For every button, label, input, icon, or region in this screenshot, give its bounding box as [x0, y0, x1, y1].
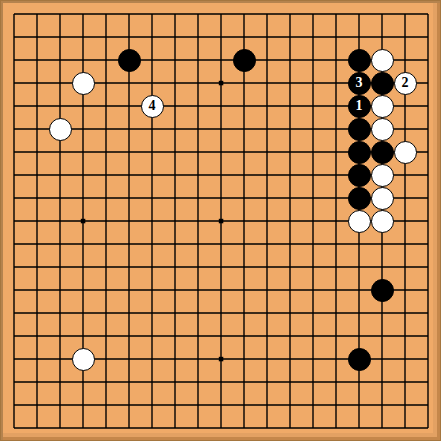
intersection-14-12[interactable]: [325, 279, 348, 302]
intersection-11-6[interactable]: [256, 141, 279, 164]
intersection-16-11[interactable]: [371, 256, 394, 279]
intersection-12-14[interactable]: [279, 325, 302, 348]
intersection-2-5[interactable]: [49, 118, 72, 141]
intersection-9-13[interactable]: [210, 302, 233, 325]
intersection-18-4[interactable]: [417, 95, 440, 118]
intersection-4-3[interactable]: [95, 72, 118, 95]
intersection-7-4[interactable]: [164, 95, 187, 118]
intersection-12-0[interactable]: [279, 3, 302, 26]
intersection-2-18[interactable]: [49, 417, 72, 440]
intersection-3-14[interactable]: [72, 325, 95, 348]
intersection-18-13[interactable]: [417, 302, 440, 325]
intersection-16-13[interactable]: [371, 302, 394, 325]
intersection-1-16[interactable]: [26, 371, 49, 394]
intersection-18-2[interactable]: [417, 49, 440, 72]
intersection-3-16[interactable]: [72, 371, 95, 394]
intersection-14-14[interactable]: [325, 325, 348, 348]
intersection-5-0[interactable]: [118, 3, 141, 26]
intersection-10-2[interactable]: [233, 49, 256, 72]
intersection-11-16[interactable]: [256, 371, 279, 394]
intersection-1-11[interactable]: [26, 256, 49, 279]
intersection-15-7[interactable]: [348, 164, 371, 187]
intersection-5-10[interactable]: [118, 233, 141, 256]
intersection-3-0[interactable]: [72, 3, 95, 26]
intersection-11-7[interactable]: [256, 164, 279, 187]
intersection-16-8[interactable]: [371, 187, 394, 210]
intersection-8-6[interactable]: [187, 141, 210, 164]
intersection-0-18[interactable]: [3, 417, 26, 440]
intersection-13-0[interactable]: [302, 3, 325, 26]
intersection-0-16[interactable]: [3, 371, 26, 394]
intersection-6-16[interactable]: [141, 371, 164, 394]
intersection-10-4[interactable]: [233, 95, 256, 118]
intersection-5-9[interactable]: [118, 210, 141, 233]
intersection-15-4[interactable]: 1: [348, 95, 371, 118]
intersection-16-18[interactable]: [371, 417, 394, 440]
intersection-13-13[interactable]: [302, 302, 325, 325]
intersection-7-6[interactable]: [164, 141, 187, 164]
intersection-4-9[interactable]: [95, 210, 118, 233]
intersection-14-7[interactable]: [325, 164, 348, 187]
intersection-9-15[interactable]: [210, 348, 233, 371]
intersection-5-17[interactable]: [118, 394, 141, 417]
intersection-16-14[interactable]: [371, 325, 394, 348]
intersection-13-11[interactable]: [302, 256, 325, 279]
intersection-0-14[interactable]: [3, 325, 26, 348]
intersection-9-10[interactable]: [210, 233, 233, 256]
black-stone[interactable]: [348, 187, 371, 210]
intersection-3-5[interactable]: [72, 118, 95, 141]
intersection-15-14[interactable]: [348, 325, 371, 348]
intersection-7-1[interactable]: [164, 26, 187, 49]
white-stone[interactable]: 4: [141, 95, 164, 118]
intersection-18-11[interactable]: [417, 256, 440, 279]
intersection-11-10[interactable]: [256, 233, 279, 256]
intersection-1-9[interactable]: [26, 210, 49, 233]
intersection-4-7[interactable]: [95, 164, 118, 187]
intersection-18-3[interactable]: [417, 72, 440, 95]
intersection-6-15[interactable]: [141, 348, 164, 371]
intersection-15-6[interactable]: [348, 141, 371, 164]
intersection-1-18[interactable]: [26, 417, 49, 440]
intersection-10-9[interactable]: [233, 210, 256, 233]
intersection-15-8[interactable]: [348, 187, 371, 210]
intersection-5-14[interactable]: [118, 325, 141, 348]
intersection-7-9[interactable]: [164, 210, 187, 233]
intersection-3-6[interactable]: [72, 141, 95, 164]
intersection-7-17[interactable]: [164, 394, 187, 417]
intersection-11-3[interactable]: [256, 72, 279, 95]
intersection-16-7[interactable]: [371, 164, 394, 187]
intersection-1-3[interactable]: [26, 72, 49, 95]
intersection-1-2[interactable]: [26, 49, 49, 72]
intersection-10-14[interactable]: [233, 325, 256, 348]
intersection-17-7[interactable]: [394, 164, 417, 187]
intersection-7-12[interactable]: [164, 279, 187, 302]
intersection-2-7[interactable]: [49, 164, 72, 187]
intersection-11-1[interactable]: [256, 26, 279, 49]
black-stone[interactable]: [371, 141, 394, 164]
intersection-8-2[interactable]: [187, 49, 210, 72]
intersection-17-11[interactable]: [394, 256, 417, 279]
intersection-6-0[interactable]: [141, 3, 164, 26]
intersection-16-6[interactable]: [371, 141, 394, 164]
intersection-16-17[interactable]: [371, 394, 394, 417]
intersection-7-7[interactable]: [164, 164, 187, 187]
intersection-1-13[interactable]: [26, 302, 49, 325]
intersection-4-14[interactable]: [95, 325, 118, 348]
intersection-9-9[interactable]: [210, 210, 233, 233]
intersection-3-11[interactable]: [72, 256, 95, 279]
intersection-12-6[interactable]: [279, 141, 302, 164]
intersection-5-16[interactable]: [118, 371, 141, 394]
intersection-17-4[interactable]: [394, 95, 417, 118]
intersection-0-1[interactable]: [3, 26, 26, 49]
intersection-4-17[interactable]: [95, 394, 118, 417]
intersection-12-16[interactable]: [279, 371, 302, 394]
intersection-8-13[interactable]: [187, 302, 210, 325]
intersection-7-16[interactable]: [164, 371, 187, 394]
intersection-2-16[interactable]: [49, 371, 72, 394]
intersection-6-1[interactable]: [141, 26, 164, 49]
intersection-14-15[interactable]: [325, 348, 348, 371]
intersection-0-10[interactable]: [3, 233, 26, 256]
intersection-8-5[interactable]: [187, 118, 210, 141]
intersection-5-7[interactable]: [118, 164, 141, 187]
intersection-2-4[interactable]: [49, 95, 72, 118]
intersection-4-8[interactable]: [95, 187, 118, 210]
intersection-12-13[interactable]: [279, 302, 302, 325]
intersection-9-7[interactable]: [210, 164, 233, 187]
intersection-3-12[interactable]: [72, 279, 95, 302]
intersection-17-10[interactable]: [394, 233, 417, 256]
white-stone[interactable]: [371, 164, 394, 187]
intersection-3-3[interactable]: [72, 72, 95, 95]
intersection-1-14[interactable]: [26, 325, 49, 348]
intersection-1-5[interactable]: [26, 118, 49, 141]
intersection-12-17[interactable]: [279, 394, 302, 417]
intersection-4-13[interactable]: [95, 302, 118, 325]
intersection-4-11[interactable]: [95, 256, 118, 279]
intersection-17-14[interactable]: [394, 325, 417, 348]
white-stone[interactable]: [371, 118, 394, 141]
intersection-8-0[interactable]: [187, 3, 210, 26]
intersection-18-10[interactable]: [417, 233, 440, 256]
intersection-6-12[interactable]: [141, 279, 164, 302]
intersection-6-18[interactable]: [141, 417, 164, 440]
intersection-15-13[interactable]: [348, 302, 371, 325]
intersection-11-13[interactable]: [256, 302, 279, 325]
intersection-13-2[interactable]: [302, 49, 325, 72]
intersection-1-6[interactable]: [26, 141, 49, 164]
intersection-2-1[interactable]: [49, 26, 72, 49]
black-stone[interactable]: [371, 279, 394, 302]
intersection-7-8[interactable]: [164, 187, 187, 210]
intersection-15-15[interactable]: [348, 348, 371, 371]
intersection-0-0[interactable]: [3, 3, 26, 26]
intersection-18-14[interactable]: [417, 325, 440, 348]
intersection-18-17[interactable]: [417, 394, 440, 417]
intersection-8-18[interactable]: [187, 417, 210, 440]
intersection-8-7[interactable]: [187, 164, 210, 187]
intersection-2-10[interactable]: [49, 233, 72, 256]
intersection-4-5[interactable]: [95, 118, 118, 141]
intersection-13-15[interactable]: [302, 348, 325, 371]
black-stone[interactable]: [348, 348, 371, 371]
intersection-6-13[interactable]: [141, 302, 164, 325]
intersection-10-10[interactable]: [233, 233, 256, 256]
intersection-5-11[interactable]: [118, 256, 141, 279]
intersection-4-6[interactable]: [95, 141, 118, 164]
intersection-12-15[interactable]: [279, 348, 302, 371]
intersection-7-2[interactable]: [164, 49, 187, 72]
intersection-13-18[interactable]: [302, 417, 325, 440]
intersection-11-11[interactable]: [256, 256, 279, 279]
intersection-4-16[interactable]: [95, 371, 118, 394]
intersection-0-3[interactable]: [3, 72, 26, 95]
intersection-14-5[interactable]: [325, 118, 348, 141]
intersection-3-4[interactable]: [72, 95, 95, 118]
white-stone[interactable]: [371, 49, 394, 72]
intersection-4-2[interactable]: [95, 49, 118, 72]
intersection-5-5[interactable]: [118, 118, 141, 141]
intersection-5-6[interactable]: [118, 141, 141, 164]
intersection-12-4[interactable]: [279, 95, 302, 118]
intersection-4-0[interactable]: [95, 3, 118, 26]
intersection-17-6[interactable]: [394, 141, 417, 164]
intersection-12-7[interactable]: [279, 164, 302, 187]
intersection-17-8[interactable]: [394, 187, 417, 210]
intersection-17-13[interactable]: [394, 302, 417, 325]
intersection-11-15[interactable]: [256, 348, 279, 371]
intersection-18-6[interactable]: [417, 141, 440, 164]
intersection-7-10[interactable]: [164, 233, 187, 256]
black-stone[interactable]: 3: [348, 72, 371, 95]
intersection-15-1[interactable]: [348, 26, 371, 49]
intersection-10-8[interactable]: [233, 187, 256, 210]
intersection-14-9[interactable]: [325, 210, 348, 233]
intersection-8-16[interactable]: [187, 371, 210, 394]
intersection-16-3[interactable]: [371, 72, 394, 95]
intersection-15-11[interactable]: [348, 256, 371, 279]
intersection-17-16[interactable]: [394, 371, 417, 394]
intersection-11-9[interactable]: [256, 210, 279, 233]
intersection-16-5[interactable]: [371, 118, 394, 141]
intersection-11-8[interactable]: [256, 187, 279, 210]
intersection-11-17[interactable]: [256, 394, 279, 417]
intersection-11-18[interactable]: [256, 417, 279, 440]
intersection-4-18[interactable]: [95, 417, 118, 440]
intersection-0-2[interactable]: [3, 49, 26, 72]
black-stone[interactable]: [348, 141, 371, 164]
intersection-13-4[interactable]: [302, 95, 325, 118]
intersection-9-3[interactable]: [210, 72, 233, 95]
intersection-17-18[interactable]: [394, 417, 417, 440]
intersection-10-0[interactable]: [233, 3, 256, 26]
intersection-12-18[interactable]: [279, 417, 302, 440]
intersection-10-11[interactable]: [233, 256, 256, 279]
intersection-7-14[interactable]: [164, 325, 187, 348]
white-stone[interactable]: [72, 72, 95, 95]
intersection-12-12[interactable]: [279, 279, 302, 302]
intersection-8-14[interactable]: [187, 325, 210, 348]
intersection-11-14[interactable]: [256, 325, 279, 348]
intersection-14-3[interactable]: [325, 72, 348, 95]
black-stone[interactable]: [118, 49, 141, 72]
intersection-5-4[interactable]: [118, 95, 141, 118]
intersection-6-6[interactable]: [141, 141, 164, 164]
intersection-6-7[interactable]: [141, 164, 164, 187]
intersection-10-18[interactable]: [233, 417, 256, 440]
intersection-0-15[interactable]: [3, 348, 26, 371]
intersection-11-4[interactable]: [256, 95, 279, 118]
intersection-15-18[interactable]: [348, 417, 371, 440]
intersection-9-18[interactable]: [210, 417, 233, 440]
intersection-5-12[interactable]: [118, 279, 141, 302]
intersection-18-9[interactable]: [417, 210, 440, 233]
intersection-13-6[interactable]: [302, 141, 325, 164]
intersection-10-12[interactable]: [233, 279, 256, 302]
intersection-8-10[interactable]: [187, 233, 210, 256]
intersection-7-18[interactable]: [164, 417, 187, 440]
intersection-9-4[interactable]: [210, 95, 233, 118]
intersection-10-13[interactable]: [233, 302, 256, 325]
intersection-12-9[interactable]: [279, 210, 302, 233]
intersection-2-14[interactable]: [49, 325, 72, 348]
intersection-17-0[interactable]: [394, 3, 417, 26]
intersection-0-7[interactable]: [3, 164, 26, 187]
intersection-18-15[interactable]: [417, 348, 440, 371]
intersection-6-14[interactable]: [141, 325, 164, 348]
intersection-8-15[interactable]: [187, 348, 210, 371]
intersection-8-9[interactable]: [187, 210, 210, 233]
intersection-7-11[interactable]: [164, 256, 187, 279]
intersection-12-11[interactable]: [279, 256, 302, 279]
intersection-9-5[interactable]: [210, 118, 233, 141]
intersection-15-10[interactable]: [348, 233, 371, 256]
intersection-17-9[interactable]: [394, 210, 417, 233]
intersection-2-6[interactable]: [49, 141, 72, 164]
intersection-12-10[interactable]: [279, 233, 302, 256]
intersection-5-2[interactable]: [118, 49, 141, 72]
intersection-4-1[interactable]: [95, 26, 118, 49]
intersection-0-8[interactable]: [3, 187, 26, 210]
intersection-17-3[interactable]: 2: [394, 72, 417, 95]
intersection-13-3[interactable]: [302, 72, 325, 95]
intersection-1-8[interactable]: [26, 187, 49, 210]
intersection-1-7[interactable]: [26, 164, 49, 187]
intersection-16-15[interactable]: [371, 348, 394, 371]
intersection-15-2[interactable]: [348, 49, 371, 72]
intersection-18-18[interactable]: [417, 417, 440, 440]
intersection-7-5[interactable]: [164, 118, 187, 141]
intersection-13-7[interactable]: [302, 164, 325, 187]
intersection-13-16[interactable]: [302, 371, 325, 394]
intersection-13-8[interactable]: [302, 187, 325, 210]
intersection-16-1[interactable]: [371, 26, 394, 49]
intersection-3-18[interactable]: [72, 417, 95, 440]
black-stone[interactable]: [233, 49, 256, 72]
white-stone[interactable]: [371, 210, 394, 233]
intersection-13-5[interactable]: [302, 118, 325, 141]
white-stone[interactable]: [394, 141, 417, 164]
intersection-6-8[interactable]: [141, 187, 164, 210]
intersection-3-8[interactable]: [72, 187, 95, 210]
intersection-18-0[interactable]: [417, 3, 440, 26]
intersection-15-5[interactable]: [348, 118, 371, 141]
intersection-14-1[interactable]: [325, 26, 348, 49]
intersection-15-12[interactable]: [348, 279, 371, 302]
intersection-7-15[interactable]: [164, 348, 187, 371]
intersection-10-5[interactable]: [233, 118, 256, 141]
intersection-1-10[interactable]: [26, 233, 49, 256]
intersection-8-1[interactable]: [187, 26, 210, 49]
white-stone[interactable]: [348, 210, 371, 233]
intersection-15-9[interactable]: [348, 210, 371, 233]
intersection-8-11[interactable]: [187, 256, 210, 279]
intersection-12-5[interactable]: [279, 118, 302, 141]
intersection-3-9[interactable]: [72, 210, 95, 233]
black-stone[interactable]: 1: [348, 95, 371, 118]
intersection-3-15[interactable]: [72, 348, 95, 371]
intersection-2-8[interactable]: [49, 187, 72, 210]
black-stone[interactable]: [348, 118, 371, 141]
intersection-13-9[interactable]: [302, 210, 325, 233]
intersection-13-1[interactable]: [302, 26, 325, 49]
intersection-2-2[interactable]: [49, 49, 72, 72]
intersection-6-10[interactable]: [141, 233, 164, 256]
intersection-5-1[interactable]: [118, 26, 141, 49]
intersection-10-15[interactable]: [233, 348, 256, 371]
intersection-6-4[interactable]: 4: [141, 95, 164, 118]
intersection-9-14[interactable]: [210, 325, 233, 348]
intersection-0-17[interactable]: [3, 394, 26, 417]
intersection-0-6[interactable]: [3, 141, 26, 164]
intersection-2-0[interactable]: [49, 3, 72, 26]
intersection-0-12[interactable]: [3, 279, 26, 302]
intersection-6-17[interactable]: [141, 394, 164, 417]
intersection-3-10[interactable]: [72, 233, 95, 256]
intersection-12-8[interactable]: [279, 187, 302, 210]
intersection-6-5[interactable]: [141, 118, 164, 141]
intersection-17-12[interactable]: [394, 279, 417, 302]
intersection-18-7[interactable]: [417, 164, 440, 187]
intersection-14-0[interactable]: [325, 3, 348, 26]
intersection-9-12[interactable]: [210, 279, 233, 302]
intersection-15-0[interactable]: [348, 3, 371, 26]
intersection-14-17[interactable]: [325, 394, 348, 417]
white-stone[interactable]: [49, 118, 72, 141]
intersection-16-12[interactable]: [371, 279, 394, 302]
intersection-2-12[interactable]: [49, 279, 72, 302]
intersection-7-13[interactable]: [164, 302, 187, 325]
intersection-18-1[interactable]: [417, 26, 440, 49]
intersection-13-14[interactable]: [302, 325, 325, 348]
intersection-15-3[interactable]: 3: [348, 72, 371, 95]
intersection-10-7[interactable]: [233, 164, 256, 187]
intersection-17-1[interactable]: [394, 26, 417, 49]
intersection-6-3[interactable]: [141, 72, 164, 95]
intersection-9-17[interactable]: [210, 394, 233, 417]
intersection-15-16[interactable]: [348, 371, 371, 394]
intersection-3-13[interactable]: [72, 302, 95, 325]
black-stone[interactable]: [371, 72, 394, 95]
intersection-5-13[interactable]: [118, 302, 141, 325]
intersection-17-17[interactable]: [394, 394, 417, 417]
intersection-6-2[interactable]: [141, 49, 164, 72]
intersection-0-11[interactable]: [3, 256, 26, 279]
white-stone[interactable]: 2: [394, 72, 417, 95]
